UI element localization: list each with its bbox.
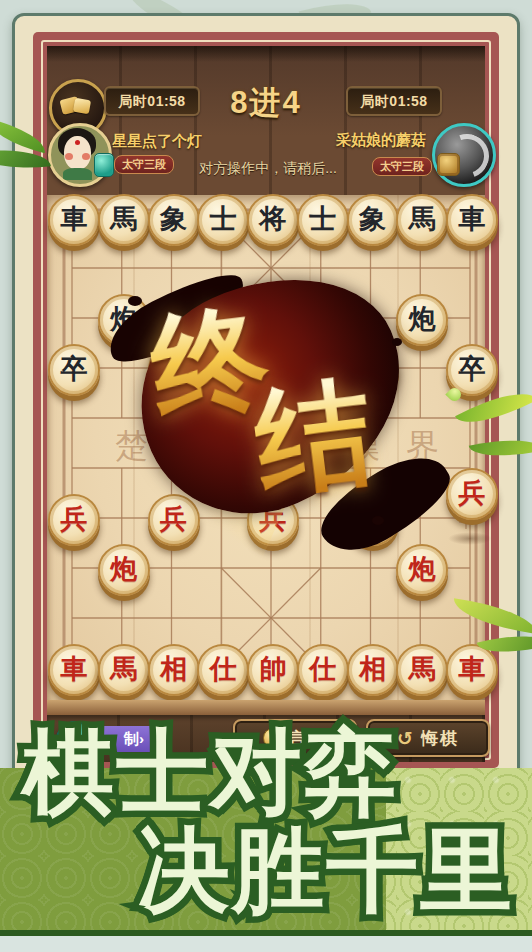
piece-red-elephant[interactable]: 相 bbox=[148, 644, 200, 696]
piece-black-chariot[interactable]: 車 bbox=[48, 194, 100, 246]
piece-red-soldier[interactable]: 兵 bbox=[446, 468, 498, 520]
piece-black-soldier[interactable]: 卒 bbox=[148, 344, 200, 396]
piece-red-soldier[interactable]: 兵 bbox=[347, 494, 399, 546]
player-name-left: 星星点了个灯 bbox=[112, 132, 272, 151]
piece-red-soldier[interactable]: 兵 bbox=[247, 494, 299, 546]
piece-red-cannon[interactable]: 炮 bbox=[98, 544, 150, 596]
piece-red-advisor[interactable]: 仕 bbox=[197, 644, 249, 696]
piece-red-chariot[interactable]: 車 bbox=[446, 644, 498, 696]
piece-red-elephant[interactable]: 相 bbox=[347, 644, 399, 696]
undo-button-label: 悔棋 bbox=[421, 727, 459, 750]
rank-badge-right: 太守三段 bbox=[372, 157, 432, 176]
avatar-forehead-dot bbox=[75, 140, 80, 145]
timer-right: 局时01:58 bbox=[346, 86, 442, 116]
piece-black-chariot[interactable]: 車 bbox=[446, 194, 498, 246]
piece-black-general[interactable]: 将 bbox=[247, 194, 299, 246]
lifted-piece-shadow bbox=[448, 532, 492, 545]
game-screen: 局时01:58 8进4 局时01:58 星星点了个灯 太守三段 采姑娘的蘑菇 太… bbox=[0, 0, 532, 952]
timer-left: 局时01:58 bbox=[104, 86, 200, 116]
piece-black-cannon[interactable]: 炮 bbox=[98, 294, 150, 346]
piece-black-elephant[interactable]: 象 bbox=[347, 194, 399, 246]
slogan-line-1: 棋士对弈 棋士对弈 bbox=[22, 724, 398, 821]
piece-black-cannon[interactable]: 炮 bbox=[396, 294, 448, 346]
player-name-right: 采姑娘的蘑菇 bbox=[322, 131, 426, 150]
piece-red-advisor[interactable]: 仕 bbox=[297, 644, 349, 696]
turn-status-text: 对方操作中，请稍后... bbox=[185, 160, 351, 178]
avatar-cheek bbox=[65, 153, 73, 160]
river-text-right: 漢界 bbox=[347, 424, 465, 464]
slogan-line-2: 决胜千里 决胜千里 bbox=[138, 822, 514, 919]
piece-red-horse[interactable]: 馬 bbox=[98, 644, 150, 696]
piece-red-general[interactable]: 帥 bbox=[247, 644, 299, 696]
jade-gem-icon bbox=[94, 153, 114, 177]
xiangqi-board[interactable]: 楚河 漢界 車馬象士将士象馬車炮炮卒卒卒卒卒兵兵兵兵兵炮炮車馬相仕帥仕相馬車 bbox=[47, 195, 485, 708]
board-ledge bbox=[47, 700, 485, 715]
piece-black-elephant[interactable]: 象 bbox=[148, 194, 200, 246]
piece-black-soldier[interactable]: 卒 bbox=[247, 344, 299, 396]
gold-emblem-icon bbox=[437, 153, 460, 176]
piece-red-soldier[interactable]: 兵 bbox=[148, 494, 200, 546]
river-text-left: 楚河 bbox=[115, 424, 233, 464]
rank-badge-left: 太守三段 bbox=[114, 155, 174, 174]
piece-black-soldier[interactable]: 卒 bbox=[48, 344, 100, 396]
piece-red-soldier[interactable]: 兵 bbox=[48, 494, 100, 546]
round-label: 8进4 bbox=[206, 82, 326, 124]
undo-icon: ↺ bbox=[397, 727, 415, 749]
piece-black-horse[interactable]: 馬 bbox=[98, 194, 150, 246]
avatar-collar bbox=[63, 168, 92, 180]
piece-red-cannon[interactable]: 炮 bbox=[396, 544, 448, 596]
piece-black-advisor[interactable]: 士 bbox=[297, 194, 349, 246]
piece-black-advisor[interactable]: 士 bbox=[197, 194, 249, 246]
piece-red-chariot[interactable]: 車 bbox=[48, 644, 100, 696]
banner-bottom-paper bbox=[0, 936, 532, 952]
chess-tile-icon bbox=[73, 98, 91, 115]
piece-black-soldier[interactable]: 卒 bbox=[347, 344, 399, 396]
avatar-cheek bbox=[82, 153, 90, 160]
piece-red-horse[interactable]: 馬 bbox=[396, 644, 448, 696]
piece-black-horse[interactable]: 馬 bbox=[396, 194, 448, 246]
